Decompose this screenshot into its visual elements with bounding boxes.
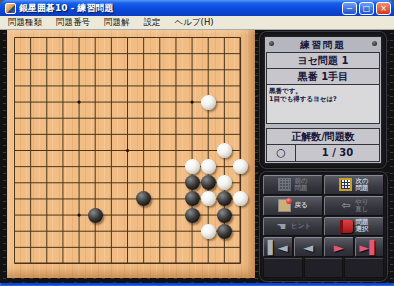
maximize-button[interactable]: □: [359, 2, 374, 15]
black-stone: [217, 224, 232, 239]
menu-settings[interactable]: 設定: [144, 17, 161, 29]
black-stone: [88, 208, 103, 223]
panel-header: 練習問題: [266, 38, 380, 53]
white-stone: [233, 191, 248, 206]
white-stone: [201, 224, 216, 239]
board-grid-icon: [278, 178, 291, 191]
turn-label: 黒番 1手目: [266, 68, 380, 85]
hint-button[interactable]: ☚ ヒント: [263, 217, 323, 237]
menu-help[interactable]: ヘルプ(H): [175, 17, 214, 29]
retry-button[interactable]: ⇦ やり 直し: [324, 196, 384, 216]
menu-bar: 問題種類 問題番号 問題解 設定 ヘルプ(H): [0, 16, 394, 30]
app-window: 銀星囲碁10 - 練習問題 ─ □ × 問題種類 問題番号 問題解 設定 ヘルプ…: [0, 0, 394, 286]
app-icon: [5, 3, 16, 14]
white-stone: [185, 159, 200, 174]
score-mark: ○: [266, 144, 296, 162]
title-bar[interactable]: 銀星囲碁10 - 練習問題 ─ □ ×: [0, 0, 394, 16]
problem-info-panel: 練習問題 ヨセ問題 1 黒番 1手目 黒番です。 1目でも得するヨセは? 正解数…: [260, 32, 386, 168]
control-panel: 前の 問題 次の 問題 戻る ⇦ やり 直し: [260, 172, 387, 281]
menu-problem-type[interactable]: 問題種類: [8, 17, 42, 29]
window-title: 銀星囲碁10 - 練習問題: [19, 2, 342, 15]
content-area: 練習問題 ヨセ問題 1 黒番 1手目 黒番です。 1目でも得するヨセは? 正解数…: [0, 30, 394, 283]
minimize-button[interactable]: ─: [342, 2, 357, 15]
panel-title: 練習問題: [300, 39, 346, 52]
problem-description: 黒番です。 1目でも得するヨセは?: [266, 84, 380, 124]
empty-slot: [344, 258, 384, 278]
first-problem-arrow-button[interactable]: ▌◄: [263, 237, 293, 257]
score-value: 1 / 30: [296, 144, 380, 162]
red-book-icon: [340, 220, 353, 233]
board-color-icon: [339, 178, 352, 191]
black-stone: [217, 208, 232, 223]
empty-slot: [263, 258, 303, 278]
problem-select-button[interactable]: 問題 選択: [324, 217, 384, 237]
menu-problem-number[interactable]: 問題番号: [56, 17, 90, 29]
go-board[interactable]: [7, 30, 255, 278]
next-problem-button[interactable]: 次の 問題: [324, 175, 384, 195]
white-stone: [201, 159, 216, 174]
black-stone: [185, 175, 200, 190]
white-stone: [201, 95, 216, 110]
menu-problem-answer[interactable]: 問題解: [104, 17, 130, 29]
screw-icon: [269, 41, 274, 46]
empty-slot: [304, 258, 344, 278]
undo-arrow-icon: ⇦: [339, 199, 352, 212]
hand-icon: ☚: [275, 220, 288, 233]
last-problem-arrow-button[interactable]: ►▌: [355, 237, 385, 257]
close-button[interactable]: ×: [376, 2, 391, 15]
prev-problem-button[interactable]: 前の 問題: [263, 175, 323, 195]
score-header: 正解数/問題数: [266, 128, 380, 145]
black-stone: [185, 208, 200, 223]
problem-label: ヨセ問題 1: [266, 52, 380, 69]
black-stone: [201, 175, 216, 190]
screw-icon: [372, 41, 377, 46]
white-stone: [233, 159, 248, 174]
next-arrow-button[interactable]: ►: [324, 237, 354, 257]
white-stone: [217, 143, 232, 158]
stone-badge-icon: [278, 199, 291, 212]
prev-arrow-button[interactable]: ◄: [294, 237, 324, 257]
black-stone: [185, 191, 200, 206]
back-button[interactable]: 戻る: [263, 196, 323, 216]
